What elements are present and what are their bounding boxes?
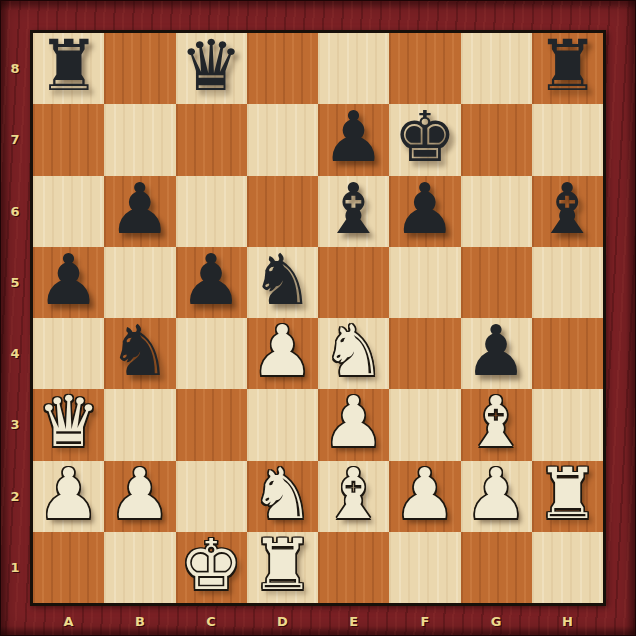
square-h5[interactable] [532, 247, 603, 318]
rank-label-7: 7 [0, 104, 30, 175]
square-b6[interactable]: ♟ [104, 176, 175, 247]
rank-label-5: 5 [0, 247, 30, 318]
piece-white-bishop-g3[interactable]: ♝ [465, 387, 528, 458]
square-h6[interactable]: ♝ [532, 176, 603, 247]
square-b2[interactable]: ♟ [104, 461, 175, 532]
piece-black-king-f7[interactable]: ♚ [393, 102, 456, 173]
rank-label-3: 3 [0, 389, 30, 460]
piece-white-knight-e4[interactable]: ♞ [322, 316, 385, 387]
square-d6[interactable] [247, 176, 318, 247]
piece-black-bishop-h6[interactable]: ♝ [536, 174, 599, 245]
file-label-b: B [104, 606, 175, 636]
file-label-c: C [176, 606, 247, 636]
square-e4[interactable]: ♞ [318, 318, 389, 389]
square-d3[interactable] [247, 389, 318, 460]
chess-board: ♜♛♜♟♚♟♝♟♝♟♟♞♞♟♞♟♛♟♝♟♟♞♝♟♟♜♚♜ [30, 30, 606, 606]
file-label-h: H [532, 606, 603, 636]
file-label-e: E [318, 606, 389, 636]
square-c1[interactable]: ♚ [176, 532, 247, 603]
square-h8[interactable]: ♜ [532, 33, 603, 104]
square-e5[interactable] [318, 247, 389, 318]
file-label-f: F [389, 606, 460, 636]
square-d1[interactable]: ♜ [247, 532, 318, 603]
square-a3[interactable]: ♛ [33, 389, 104, 460]
file-label-a: A [33, 606, 104, 636]
square-e2[interactable]: ♝ [318, 461, 389, 532]
square-h3[interactable] [532, 389, 603, 460]
piece-black-knight-d5[interactable]: ♞ [251, 245, 314, 316]
square-b7[interactable] [104, 104, 175, 175]
square-f6[interactable]: ♟ [389, 176, 460, 247]
board-frame: 87654321 ABCDEFGH ♜♛♜♟♚♟♝♟♝♟♟♞♞♟♞♟♛♟♝♟♟♞… [0, 0, 636, 636]
square-f5[interactable] [389, 247, 460, 318]
square-h4[interactable] [532, 318, 603, 389]
piece-white-pawn-g2[interactable]: ♟ [465, 459, 528, 530]
square-g3[interactable]: ♝ [461, 389, 532, 460]
square-f1[interactable] [389, 532, 460, 603]
square-c6[interactable] [176, 176, 247, 247]
piece-white-bishop-e2[interactable]: ♝ [322, 459, 385, 530]
square-h1[interactable] [532, 532, 603, 603]
square-b3[interactable] [104, 389, 175, 460]
square-g1[interactable] [461, 532, 532, 603]
square-f8[interactable] [389, 33, 460, 104]
file-label-d: D [247, 606, 318, 636]
piece-black-pawn-f6[interactable]: ♟ [393, 174, 456, 245]
piece-black-rook-a8[interactable]: ♜ [37, 31, 100, 102]
square-g4[interactable]: ♟ [461, 318, 532, 389]
piece-white-queen-a3[interactable]: ♛ [37, 387, 100, 458]
square-b1[interactable] [104, 532, 175, 603]
square-g6[interactable] [461, 176, 532, 247]
square-f3[interactable] [389, 389, 460, 460]
piece-white-knight-d2[interactable]: ♞ [251, 459, 314, 530]
square-e6[interactable]: ♝ [318, 176, 389, 247]
square-f2[interactable]: ♟ [389, 461, 460, 532]
square-c3[interactable] [176, 389, 247, 460]
square-f7[interactable]: ♚ [389, 104, 460, 175]
square-d5[interactable]: ♞ [247, 247, 318, 318]
square-a8[interactable]: ♜ [33, 33, 104, 104]
square-e3[interactable]: ♟ [318, 389, 389, 460]
square-b4[interactable]: ♞ [104, 318, 175, 389]
piece-white-rook-d1[interactable]: ♜ [251, 530, 314, 601]
rank-label-1: 1 [0, 532, 30, 603]
square-d7[interactable] [247, 104, 318, 175]
square-e7[interactable]: ♟ [318, 104, 389, 175]
square-d4[interactable]: ♟ [247, 318, 318, 389]
square-c4[interactable] [176, 318, 247, 389]
piece-white-king-c1[interactable]: ♚ [180, 530, 243, 601]
rank-labels: 87654321 [0, 33, 30, 603]
square-d2[interactable]: ♞ [247, 461, 318, 532]
square-a7[interactable] [33, 104, 104, 175]
square-g2[interactable]: ♟ [461, 461, 532, 532]
rank-label-8: 8 [0, 33, 30, 104]
square-g8[interactable] [461, 33, 532, 104]
piece-white-pawn-d4[interactable]: ♟ [251, 316, 314, 387]
piece-white-pawn-f2[interactable]: ♟ [393, 459, 456, 530]
square-g7[interactable] [461, 104, 532, 175]
square-e1[interactable] [318, 532, 389, 603]
piece-black-pawn-e7[interactable]: ♟ [322, 102, 385, 173]
square-a2[interactable]: ♟ [33, 461, 104, 532]
square-g5[interactable] [461, 247, 532, 318]
piece-black-bishop-e6[interactable]: ♝ [322, 174, 385, 245]
square-c8[interactable]: ♛ [176, 33, 247, 104]
square-h2[interactable]: ♜ [532, 461, 603, 532]
piece-white-rook-h2[interactable]: ♜ [536, 459, 599, 530]
piece-black-knight-b4[interactable]: ♞ [108, 316, 171, 387]
piece-black-pawn-g4[interactable]: ♟ [465, 316, 528, 387]
square-d8[interactable] [247, 33, 318, 104]
piece-black-pawn-a5[interactable]: ♟ [37, 245, 100, 316]
square-a6[interactable] [33, 176, 104, 247]
piece-white-pawn-b2[interactable]: ♟ [108, 459, 171, 530]
file-labels: ABCDEFGH [33, 606, 603, 636]
square-c5[interactable]: ♟ [176, 247, 247, 318]
square-b8[interactable] [104, 33, 175, 104]
square-f4[interactable] [389, 318, 460, 389]
file-label-g: G [461, 606, 532, 636]
square-h7[interactable] [532, 104, 603, 175]
square-a1[interactable] [33, 532, 104, 603]
piece-black-pawn-b6[interactable]: ♟ [108, 174, 171, 245]
piece-black-queen-c8[interactable]: ♛ [180, 31, 243, 102]
square-e8[interactable] [318, 33, 389, 104]
square-c2[interactable] [176, 461, 247, 532]
piece-white-pawn-e3[interactable]: ♟ [322, 387, 385, 458]
square-b5[interactable] [104, 247, 175, 318]
piece-black-rook-h8[interactable]: ♜ [536, 31, 599, 102]
square-a5[interactable]: ♟ [33, 247, 104, 318]
square-c7[interactable] [176, 104, 247, 175]
piece-white-pawn-a2[interactable]: ♟ [37, 459, 100, 530]
rank-label-6: 6 [0, 176, 30, 247]
square-a4[interactable] [33, 318, 104, 389]
rank-label-4: 4 [0, 318, 30, 389]
rank-label-2: 2 [0, 461, 30, 532]
piece-black-pawn-c5[interactable]: ♟ [180, 245, 243, 316]
